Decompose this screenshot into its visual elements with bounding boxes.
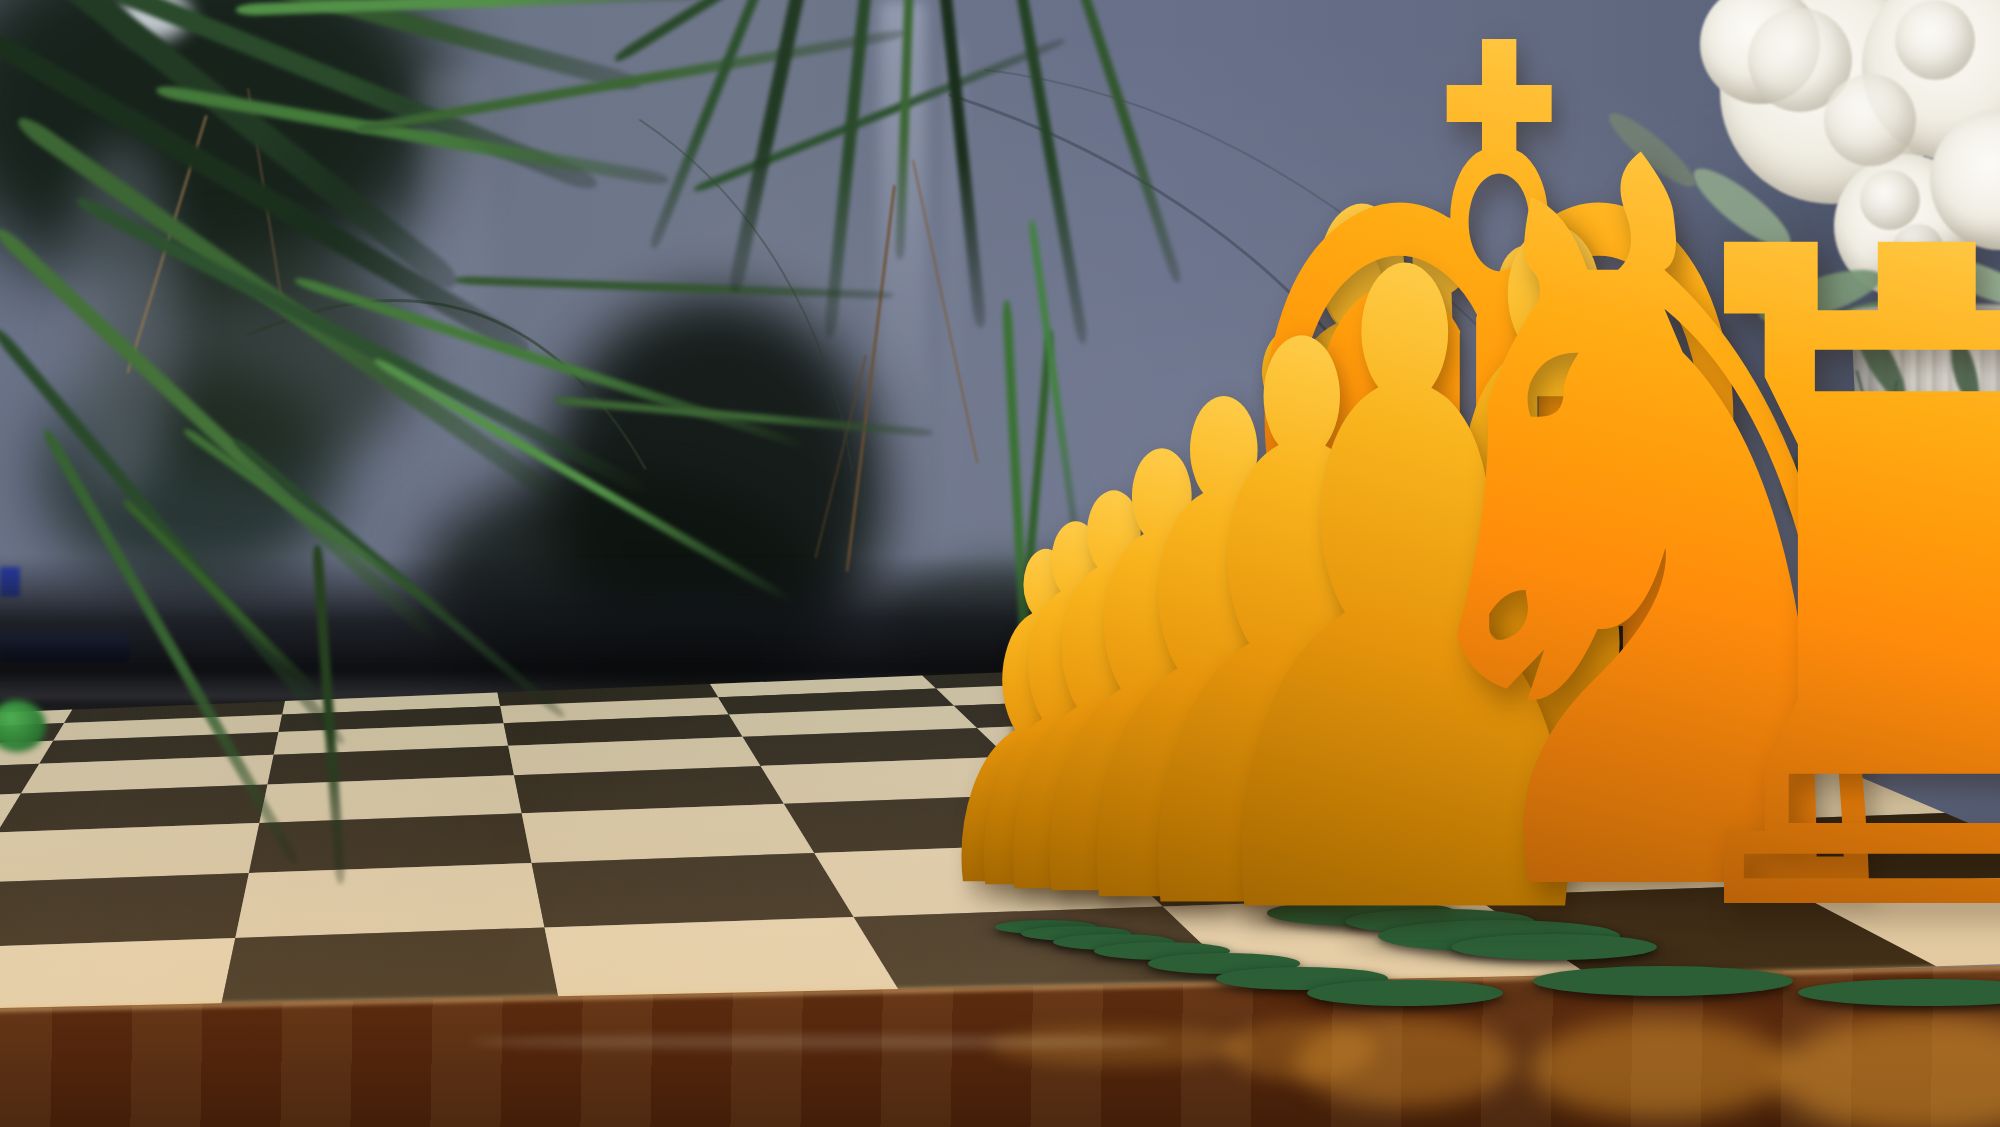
chess-pieces-layer: ♜♞♝♚♛♝♟♟♟♟♟♟♟ xyxy=(0,0,2000,1127)
chess-photo-scene: ♜♞♝♚♛♝♟♟♟♟♟♟♟ xyxy=(0,0,2000,1127)
chess-piece-h1-rook: ♜ xyxy=(1603,173,2000,1006)
